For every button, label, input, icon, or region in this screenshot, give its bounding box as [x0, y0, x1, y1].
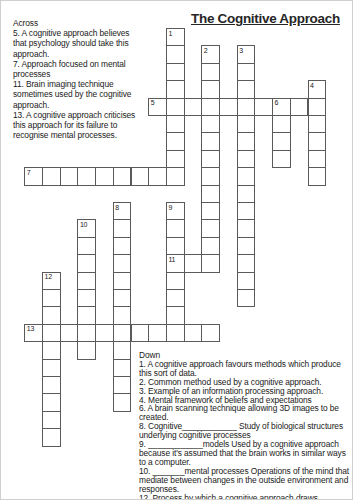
grid-cell[interactable]: 4 — [308, 80, 327, 98]
grid-cell[interactable] — [77, 254, 96, 272]
grid-cell[interactable]: 10 — [77, 219, 96, 237]
grid-cell[interactable] — [237, 150, 256, 168]
crossword-worksheet: The Cognitive Approach Across 5. A cogni… — [0, 0, 353, 500]
grid-cell[interactable] — [42, 411, 61, 429]
grid-cell[interactable] — [113, 289, 132, 307]
grid-cell[interactable] — [95, 324, 114, 342]
grid-cell[interactable] — [184, 98, 203, 116]
grid-cell[interactable] — [60, 167, 79, 185]
grid-cell[interactable] — [131, 324, 150, 342]
grid-cell[interactable] — [42, 167, 61, 185]
grid-cell[interactable] — [237, 63, 256, 81]
grid-cell[interactable] — [166, 150, 185, 168]
grid-cell[interactable] — [201, 80, 220, 98]
clue-number: 7 — [27, 169, 31, 176]
grid-cell[interactable] — [237, 185, 256, 203]
grid-cell[interactable] — [113, 306, 132, 324]
grid-cell[interactable] — [113, 324, 132, 342]
grid-cell[interactable]: 11 — [166, 254, 185, 272]
clue-number: 3 — [239, 47, 243, 54]
clue-number: 4 — [310, 82, 314, 89]
down-clues: Down 1. A cognitive approach favours met… — [139, 351, 350, 500]
grid-cell[interactable] — [219, 98, 238, 116]
grid-cell[interactable] — [201, 185, 220, 203]
grid-cell[interactable] — [113, 167, 132, 185]
grid-cell[interactable] — [237, 167, 256, 185]
grid-cell[interactable] — [166, 80, 185, 98]
clue-number: 8 — [115, 204, 119, 211]
grid-cell[interactable] — [42, 306, 61, 324]
grid-cell[interactable] — [237, 219, 256, 237]
grid-cell[interactable] — [113, 393, 132, 411]
grid-cell[interactable] — [308, 167, 327, 185]
grid-cell[interactable] — [201, 219, 220, 237]
grid-cell[interactable] — [308, 150, 327, 168]
clue-number: 13 — [27, 325, 34, 332]
grid-cell[interactable] — [42, 324, 61, 342]
grid-cell[interactable] — [201, 132, 220, 150]
grid-cell[interactable] — [166, 45, 185, 63]
grid-cell[interactable] — [77, 324, 96, 342]
page-title: The Cognitive Approach — [191, 11, 340, 26]
grid-cell[interactable] — [308, 98, 327, 116]
grid-cell[interactable] — [42, 341, 61, 359]
grid-cell[interactable] — [166, 115, 185, 133]
grid-cell[interactable] — [166, 167, 185, 185]
grid-cell[interactable] — [77, 167, 96, 185]
clue-number: 12 — [45, 273, 52, 280]
grid-cell[interactable] — [201, 237, 220, 255]
grid-cell[interactable] — [166, 63, 185, 81]
grid-cell[interactable]: 7 — [24, 167, 43, 185]
down-clue-12: 12. Process by which a cognitive approac… — [139, 494, 350, 500]
grid-cell[interactable] — [77, 272, 96, 290]
grid-cell[interactable] — [308, 132, 327, 150]
grid-cell[interactable] — [201, 63, 220, 81]
grid-cell[interactable] — [166, 324, 185, 342]
grid-cell[interactable] — [237, 202, 256, 220]
grid-cell[interactable] — [201, 115, 220, 133]
grid-cell[interactable] — [237, 115, 256, 133]
down-clue-10: 10. _______mental processes Operations o… — [139, 467, 350, 494]
grid-cell[interactable] — [201, 150, 220, 168]
grid-cell[interactable] — [237, 272, 256, 290]
clue-number: 9 — [168, 204, 172, 211]
clue-number: 10 — [80, 221, 87, 228]
grid-cell[interactable] — [201, 98, 220, 116]
grid-cell[interactable] — [60, 324, 79, 342]
grid-cell[interactable] — [290, 98, 309, 116]
grid-cell[interactable] — [42, 428, 61, 446]
grid-cell[interactable] — [148, 324, 167, 342]
grid-cell[interactable]: 8 — [113, 202, 132, 220]
grid-cell[interactable] — [272, 115, 291, 133]
grid-cell[interactable] — [201, 324, 220, 342]
grid-cell[interactable] — [166, 237, 185, 255]
down-clue-1: 1. A cognitive approach favours methods … — [139, 360, 350, 378]
grid-cell[interactable] — [77, 306, 96, 324]
grid-cell[interactable] — [237, 254, 256, 272]
grid-cell[interactable] — [113, 219, 132, 237]
across-clue-13: 13. A cognitive approach criticises this… — [13, 110, 140, 141]
grid-cell[interactable] — [42, 376, 61, 394]
down-clue-9: 9. ____________models Used by a cognitiv… — [139, 440, 350, 467]
grid-cell[interactable] — [113, 359, 132, 377]
grid-cell[interactable] — [113, 376, 132, 394]
grid-cell[interactable] — [77, 237, 96, 255]
down-clue-8: 8. Cognitive____________ Study of biolog… — [139, 422, 350, 440]
grid-cell[interactable] — [237, 289, 256, 307]
grid-cell[interactable] — [166, 219, 185, 237]
grid-cell[interactable] — [272, 150, 291, 168]
grid-cell[interactable] — [131, 167, 150, 185]
grid-cell[interactable]: 13 — [24, 324, 43, 342]
grid-cell[interactable] — [113, 341, 132, 359]
clue-number: 1 — [168, 30, 172, 37]
grid-cell[interactable] — [237, 237, 256, 255]
grid-cell[interactable]: 1 — [166, 28, 185, 46]
grid-cell[interactable]: 5 — [148, 98, 167, 116]
grid-cell[interactable] — [166, 272, 185, 290]
grid-cell[interactable] — [166, 132, 185, 150]
grid-cell[interactable] — [166, 289, 185, 307]
grid-cell[interactable]: 3 — [237, 45, 256, 63]
grid-cell[interactable] — [254, 98, 273, 116]
clue-number: 5 — [151, 99, 155, 106]
grid-cell[interactable] — [42, 289, 61, 307]
grid-cell[interactable] — [113, 237, 132, 255]
clue-number: 2 — [204, 47, 208, 54]
down-clue-6: 6. A brain scanning technique allowing 3… — [139, 404, 350, 422]
across-clue-7: 7. Approach focused on mental processes — [13, 59, 140, 79]
grid-cell[interactable] — [201, 254, 220, 272]
across-clue-11: 11. Brain imaging technique sometimes us… — [13, 79, 140, 110]
across-header: Across — [13, 18, 140, 28]
grid-cell[interactable] — [184, 254, 203, 272]
clue-number: 6 — [275, 99, 279, 106]
grid-cell[interactable] — [148, 167, 167, 185]
grid-cell[interactable] — [77, 341, 96, 359]
grid-cell[interactable] — [184, 324, 203, 342]
grid-cell[interactable] — [113, 254, 132, 272]
grid-cell[interactable]: 12 — [42, 272, 61, 290]
grid-cell[interactable] — [201, 167, 220, 185]
grid-cell[interactable] — [166, 98, 185, 116]
grid-cell[interactable]: 9 — [166, 202, 185, 220]
grid-cell[interactable] — [95, 167, 114, 185]
grid-cell[interactable] — [42, 393, 61, 411]
grid-cell[interactable] — [42, 359, 61, 377]
grid-cell[interactable] — [308, 115, 327, 133]
grid-cell[interactable] — [237, 98, 256, 116]
clue-number: 11 — [168, 256, 175, 263]
grid-cell[interactable] — [201, 202, 220, 220]
grid-cell[interactable]: 2 — [201, 45, 220, 63]
across-clues: Across 5. A cognitive approach believes … — [13, 18, 140, 140]
grid-cell[interactable] — [166, 306, 185, 324]
grid-cell[interactable] — [237, 132, 256, 150]
grid-cell[interactable]: 6 — [272, 98, 291, 116]
grid-cell[interactable] — [113, 272, 132, 290]
grid-cell[interactable] — [272, 132, 291, 150]
grid-cell[interactable] — [77, 289, 96, 307]
grid-cell[interactable] — [237, 80, 256, 98]
across-clue-5: 5. A cognitive approach believes that ps… — [13, 28, 140, 59]
